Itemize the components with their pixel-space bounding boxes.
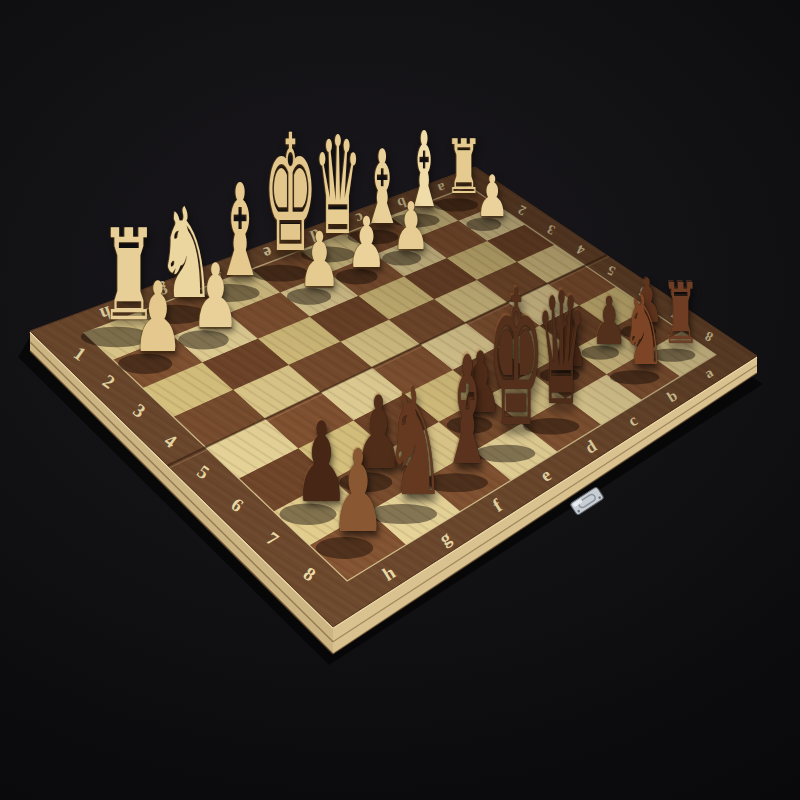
- chess-board: aabbccddeeffgghh1122334455667788: [0, 0, 800, 800]
- chess-set-photo: aabbccddeeffgghh1122334455667788 ♜♝♝♛♚♝♞…: [0, 0, 800, 800]
